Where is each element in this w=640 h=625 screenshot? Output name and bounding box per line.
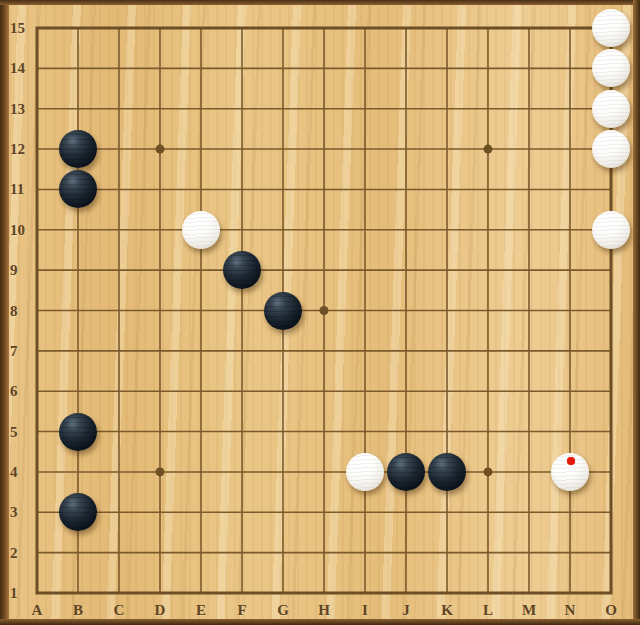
column-label-N: N xyxy=(565,602,576,619)
row-label-12: 12 xyxy=(10,141,25,158)
row-label-4: 4 xyxy=(10,463,18,480)
go-board[interactable]: 123456789101112131415ABCDEFGHIJKLMNO xyxy=(0,0,640,625)
column-label-I: I xyxy=(362,602,368,619)
board-frame-right-edge xyxy=(633,0,640,625)
row-label-14: 14 xyxy=(10,60,25,77)
stone-black-G8 xyxy=(264,292,302,330)
board-frame-left-edge xyxy=(0,0,9,625)
row-label-10: 10 xyxy=(10,221,25,238)
stone-black-J4 xyxy=(387,453,425,491)
go-grid-lines xyxy=(0,0,640,625)
board-frame-bottom-edge xyxy=(0,619,640,625)
column-label-B: B xyxy=(73,602,83,619)
board-frame-top-edge xyxy=(0,0,640,5)
row-label-13: 13 xyxy=(10,100,25,117)
stone-black-F9 xyxy=(223,251,261,289)
row-label-1: 1 xyxy=(10,585,18,602)
column-label-H: H xyxy=(318,602,330,619)
column-label-J: J xyxy=(402,602,410,619)
row-label-5: 5 xyxy=(10,423,18,440)
column-label-M: M xyxy=(522,602,536,619)
stone-white-O12 xyxy=(592,130,630,168)
hoshi-point-L4 xyxy=(484,467,493,476)
row-label-6: 6 xyxy=(10,383,18,400)
column-label-C: C xyxy=(114,602,125,619)
row-label-3: 3 xyxy=(10,504,18,521)
row-label-8: 8 xyxy=(10,302,18,319)
row-label-15: 15 xyxy=(10,20,25,37)
hoshi-point-D12 xyxy=(156,145,165,154)
column-label-A: A xyxy=(32,602,43,619)
stone-white-I4 xyxy=(346,453,384,491)
column-label-O: O xyxy=(605,602,617,619)
hoshi-point-H8 xyxy=(320,306,329,315)
column-label-K: K xyxy=(441,602,453,619)
stone-white-E10 xyxy=(182,211,220,249)
stone-black-B12 xyxy=(59,130,97,168)
row-label-11: 11 xyxy=(10,181,24,198)
row-label-7: 7 xyxy=(10,342,18,359)
stone-black-K4 xyxy=(428,453,466,491)
column-label-G: G xyxy=(277,602,289,619)
row-label-2: 2 xyxy=(10,544,18,561)
stone-white-O10 xyxy=(592,211,630,249)
stone-white-N4 xyxy=(551,453,589,491)
column-label-E: E xyxy=(196,602,206,619)
column-label-F: F xyxy=(237,602,246,619)
row-label-9: 9 xyxy=(10,262,18,279)
column-label-L: L xyxy=(483,602,493,619)
column-label-D: D xyxy=(155,602,166,619)
hoshi-point-L12 xyxy=(484,145,493,154)
last-move-marker xyxy=(567,457,575,465)
stone-white-O15 xyxy=(592,9,630,47)
hoshi-point-D4 xyxy=(156,467,165,476)
stone-white-O13 xyxy=(592,90,630,128)
stone-black-B5 xyxy=(59,413,97,451)
